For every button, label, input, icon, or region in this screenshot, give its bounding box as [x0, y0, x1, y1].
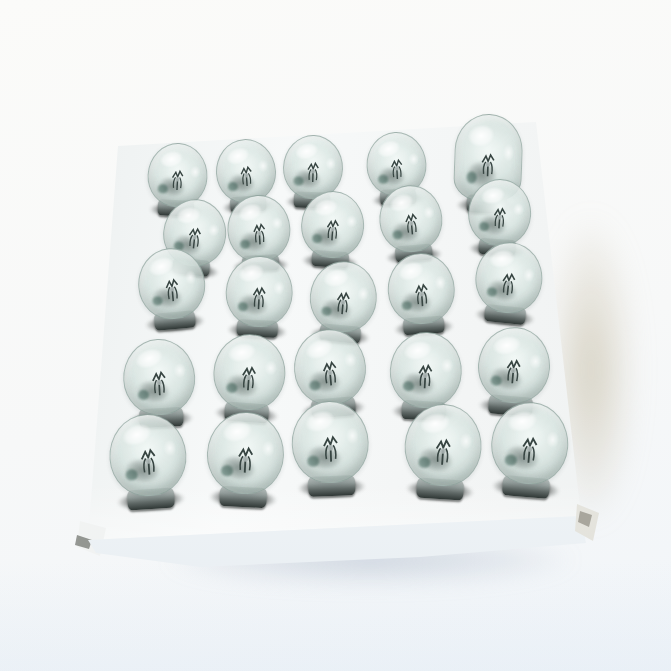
- filament-icon: [144, 364, 175, 401]
- filament-icon: [410, 357, 441, 394]
- filament-icon: [233, 358, 265, 395]
- filament-icon: [244, 279, 273, 313]
- bulb-glass-envelope: [204, 410, 285, 496]
- glass-highlight-side: [407, 150, 421, 167]
- glass-highlight-side: [188, 163, 202, 180]
- bulb-glass-envelope: [376, 182, 445, 254]
- bulb-glass-envelope: [223, 254, 294, 328]
- bulb-glass-envelope: [290, 400, 370, 485]
- filament-icon: [313, 428, 346, 467]
- filament-icon: [493, 264, 524, 300]
- filament-icon: [406, 275, 436, 310]
- bulb-glass-envelope: [291, 326, 369, 408]
- bulb-glass-envelope: [225, 193, 291, 263]
- product-photo: [0, 0, 671, 671]
- bulb-r5c2: [203, 410, 285, 516]
- filament-icon: [327, 283, 357, 318]
- bulb-r3c5: [470, 238, 546, 333]
- glass-highlight-side: [172, 361, 188, 381]
- bulb-r3c4: [385, 250, 458, 343]
- bulb-glass-envelope: [487, 399, 571, 487]
- bulb-glass-envelope: [388, 330, 464, 410]
- filament-icon: [485, 200, 513, 233]
- bulb-r5c4: [400, 402, 484, 509]
- bulb-glass-envelope: [121, 337, 197, 417]
- bulb-glass-envelope: [475, 324, 553, 406]
- bulb-r3c1: [135, 245, 209, 339]
- bulb-r5c5: [486, 399, 572, 507]
- bulb-glass-envelope: [298, 188, 366, 259]
- filament-icon: [512, 428, 547, 469]
- glass-highlight-side: [324, 155, 337, 172]
- filament-icon: [164, 164, 190, 195]
- glass-highlight-side: [501, 141, 516, 164]
- filament-icon: [314, 353, 346, 391]
- filament-icon: [397, 206, 425, 239]
- glass-highlight-side: [439, 356, 455, 376]
- filament-icon: [318, 212, 346, 245]
- bulb-glass-envelope: [465, 176, 533, 247]
- bulb-r5c3: [290, 400, 371, 505]
- bulb-glass-envelope: [211, 332, 288, 413]
- filament-icon: [425, 430, 459, 470]
- filament-icon: [245, 216, 272, 248]
- bulb-r5c1: [106, 412, 190, 519]
- bulb-grid: [0, 0, 671, 671]
- bulb-glass-envelope: [401, 402, 484, 489]
- bulb-glass-envelope: [306, 258, 379, 335]
- bulb-glass-envelope: [106, 412, 189, 499]
- filament-icon: [228, 439, 261, 479]
- filament-icon: [300, 156, 325, 187]
- filament-icon: [131, 440, 165, 480]
- bulb-glass-envelope: [471, 238, 545, 316]
- bulb-glass-envelope: [385, 250, 457, 326]
- bulb-glass-envelope: [135, 245, 208, 322]
- filament-icon: [384, 153, 410, 184]
- filament-icon: [497, 351, 529, 389]
- filament-icon: [156, 270, 186, 305]
- filament-icon: [233, 160, 259, 191]
